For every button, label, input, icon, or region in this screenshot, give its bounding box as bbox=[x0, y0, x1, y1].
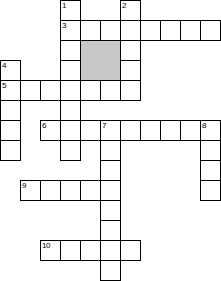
cell-r7c10[interactable] bbox=[200, 140, 221, 161]
cell-r1c4[interactable] bbox=[80, 20, 101, 41]
cell-r6c10[interactable]: 8 bbox=[200, 120, 221, 141]
cell-r8c5[interactable] bbox=[100, 160, 121, 181]
cell-r11c5[interactable] bbox=[100, 220, 121, 241]
clue-number-7: 7 bbox=[102, 121, 106, 130]
cell-r10c5[interactable] bbox=[100, 200, 121, 221]
cell-r2c6[interactable] bbox=[120, 40, 141, 61]
cell-r12c2[interactable]: 10 bbox=[40, 240, 61, 261]
cell-r3c6[interactable] bbox=[120, 60, 141, 81]
cell-r9c3[interactable] bbox=[60, 180, 81, 201]
cell-r8c10[interactable] bbox=[200, 160, 221, 181]
cell-r12c5[interactable] bbox=[100, 240, 121, 261]
clue-number-9: 9 bbox=[22, 181, 26, 190]
cell-r6c4[interactable] bbox=[80, 120, 101, 141]
cell-r5c0[interactable] bbox=[0, 100, 21, 121]
clue-number-10: 10 bbox=[42, 241, 50, 250]
cell-r9c4[interactable] bbox=[80, 180, 101, 201]
cell-r3c3[interactable] bbox=[60, 60, 81, 81]
cell-r4c4[interactable] bbox=[80, 80, 101, 101]
crossword-board: 12345678910 bbox=[0, 0, 221, 281]
cell-r6c9[interactable] bbox=[180, 120, 201, 141]
cell-r6c7[interactable] bbox=[140, 120, 161, 141]
clue-number-2: 2 bbox=[122, 1, 126, 10]
cell-r12c4[interactable] bbox=[80, 240, 101, 261]
cell-r4c2[interactable] bbox=[40, 80, 61, 101]
cell-r12c6[interactable] bbox=[120, 240, 141, 261]
cell-r5c3[interactable] bbox=[60, 100, 81, 121]
cell-r1c7[interactable] bbox=[140, 20, 161, 41]
cell-r9c5[interactable] bbox=[100, 180, 121, 201]
cell-r7c5[interactable] bbox=[100, 140, 121, 161]
clue-number-8: 8 bbox=[202, 121, 206, 130]
cell-r1c10[interactable] bbox=[200, 20, 221, 41]
cell-r9c10[interactable] bbox=[200, 180, 221, 201]
cell-r13c5[interactable] bbox=[100, 260, 121, 281]
cell-r1c5[interactable] bbox=[100, 20, 121, 41]
clue-number-6: 6 bbox=[42, 121, 46, 130]
clue-number-1: 1 bbox=[62, 1, 66, 10]
cell-r6c5[interactable]: 7 bbox=[100, 120, 121, 141]
cell-r9c1[interactable]: 9 bbox=[20, 180, 41, 201]
cell-r4c0[interactable]: 5 bbox=[0, 80, 21, 101]
cell-r1c6[interactable] bbox=[120, 20, 141, 41]
cell-r2c3[interactable] bbox=[60, 40, 81, 61]
cell-r7c0[interactable] bbox=[0, 140, 21, 161]
cell-r1c9[interactable] bbox=[180, 20, 201, 41]
clue-number-3: 3 bbox=[62, 21, 66, 30]
cell-r1c3[interactable]: 3 bbox=[60, 20, 81, 41]
clue-number-5: 5 bbox=[2, 81, 6, 90]
cell-r6c8[interactable] bbox=[160, 120, 181, 141]
shaded-block bbox=[80, 40, 121, 81]
cell-r4c3[interactable] bbox=[60, 80, 81, 101]
cell-r6c6[interactable] bbox=[120, 120, 141, 141]
cell-r1c8[interactable] bbox=[160, 20, 181, 41]
cell-r3c0[interactable]: 4 bbox=[0, 60, 21, 81]
cell-r4c1[interactable] bbox=[20, 80, 41, 101]
clue-number-4: 4 bbox=[2, 61, 6, 70]
cell-r0c6[interactable]: 2 bbox=[120, 0, 141, 21]
cell-r4c6[interactable] bbox=[120, 80, 141, 101]
cell-r6c0[interactable] bbox=[0, 120, 21, 141]
cell-r7c3[interactable] bbox=[60, 140, 81, 161]
cell-r0c3[interactable]: 1 bbox=[60, 0, 81, 21]
cell-r6c2[interactable]: 6 bbox=[40, 120, 61, 141]
cell-r4c5[interactable] bbox=[100, 80, 121, 101]
cell-r6c3[interactable] bbox=[60, 120, 81, 141]
cell-r12c3[interactable] bbox=[60, 240, 81, 261]
cell-r9c2[interactable] bbox=[40, 180, 61, 201]
